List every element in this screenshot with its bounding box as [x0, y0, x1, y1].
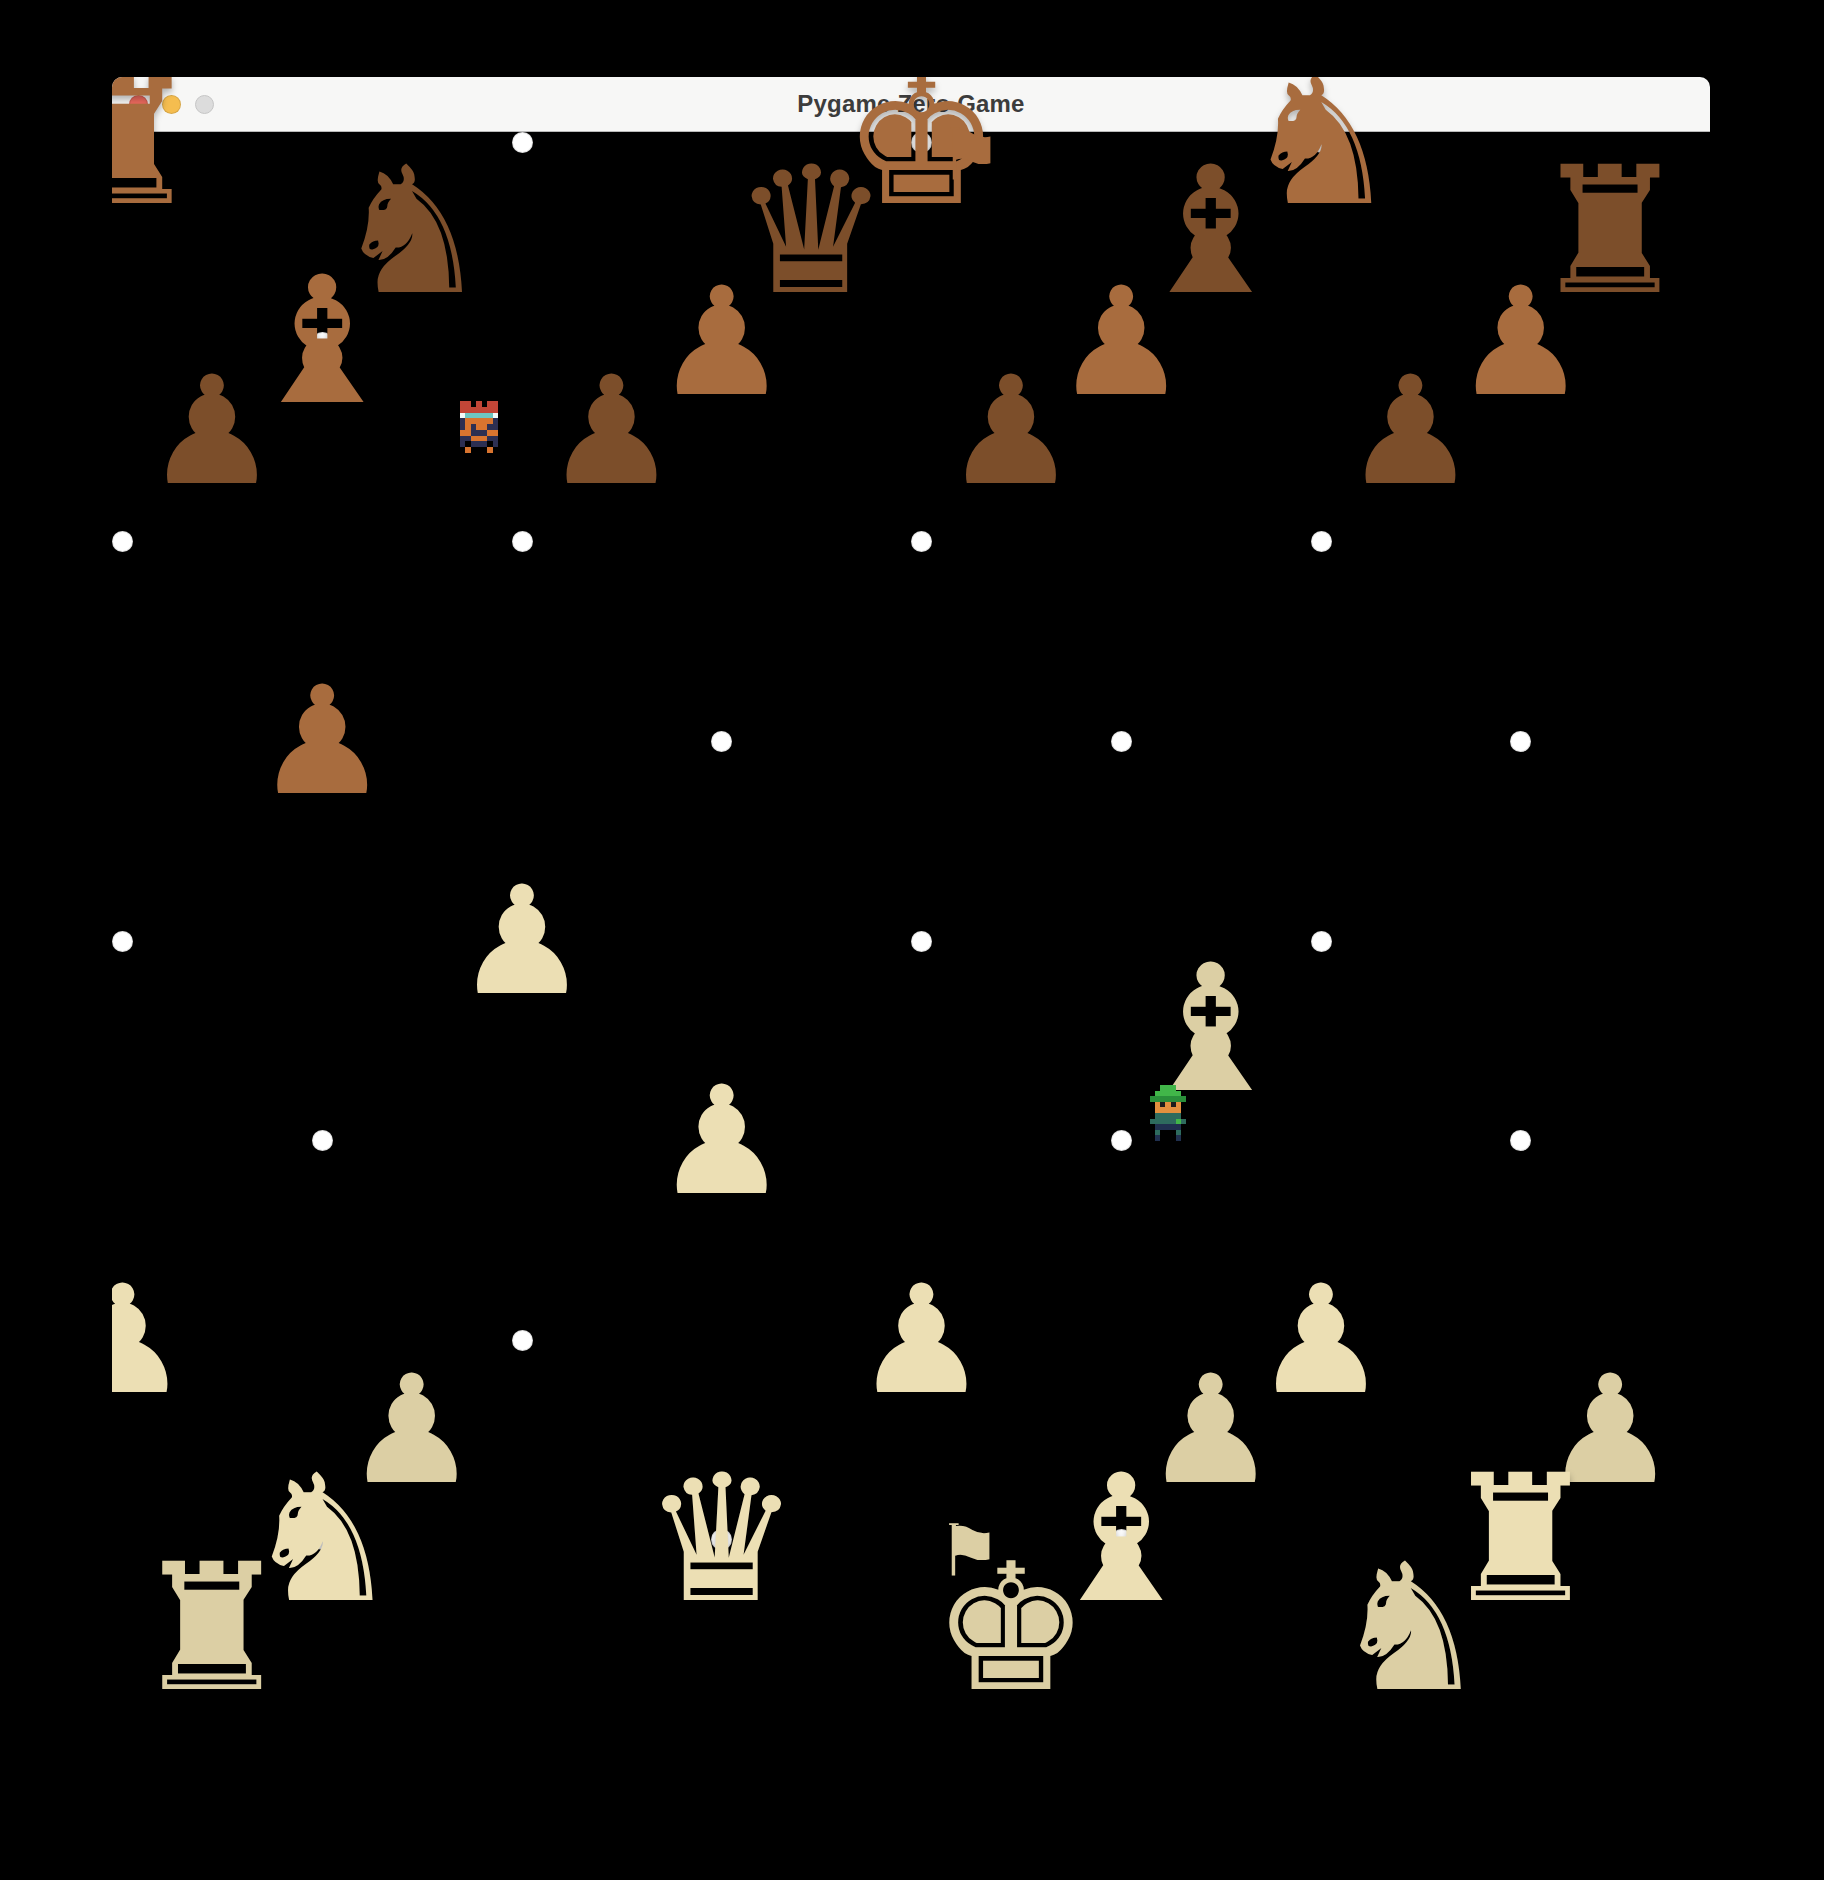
piece-white-pawn: ♟	[655, 1066, 789, 1216]
square-d3[interactable]: ♟	[711, 1130, 732, 1151]
piece-black-knight: ♞	[1242, 77, 1400, 231]
square-a6[interactable]	[112, 531, 133, 552]
square-d6[interactable]	[711, 531, 911, 731]
sprite-pixel	[493, 447, 498, 453]
square-h3[interactable]	[1510, 1130, 1531, 1151]
square-d5[interactable]	[711, 731, 732, 752]
green-gnome-sprite[interactable]	[1150, 1085, 1186, 1141]
square-a4[interactable]	[112, 931, 133, 952]
square-h7[interactable]: ♟	[1510, 332, 1531, 353]
square-h6[interactable]	[1510, 531, 1710, 731]
piece-white-pawn: ♟	[1254, 1265, 1388, 1415]
square-h4[interactable]	[1510, 931, 1710, 1131]
square-a2[interactable]: ♟	[112, 1330, 133, 1351]
app-window: Pygame Zero Game ♜♞♛♚⚑♝♞♜♟♝♟♟♟♟♟♟♟♟♝♟♟♟♟…	[112, 77, 1710, 1729]
square-f4[interactable]: ♝	[1111, 931, 1311, 1131]
square-d7[interactable]: ♟	[711, 332, 732, 353]
square-d1[interactable]: ♛	[711, 1529, 732, 1550]
piece-black-rook: ♜	[112, 77, 201, 231]
square-f3[interactable]	[1111, 1130, 1132, 1151]
piece-black-king: ♚	[843, 77, 1001, 231]
piece-black-pawn: ♟	[255, 666, 389, 816]
desktop-background: { "window": { "title": "Pygame Zero Game…	[0, 0, 1824, 1880]
chess-board: ♜♞♛♚⚑♝♞♜♟♝♟♟♟♟♟♟♟♟♝♟♟♟♟♟♟♟♜♞♛♚⚑♝♞♜	[112, 132, 1710, 1729]
square-b7[interactable]: ♝	[312, 332, 333, 353]
piece-black-pawn: ♟	[655, 267, 789, 417]
square-c2[interactable]	[512, 1330, 533, 1351]
square-f1[interactable]: ♝	[1111, 1529, 1132, 1550]
square-h1[interactable]: ♜	[1510, 1529, 1531, 1550]
tower-guard-sprite[interactable]	[460, 401, 498, 453]
square-e8[interactable]: ♚⚑	[911, 132, 932, 153]
piece-black-pawn: ♟	[1454, 267, 1588, 417]
square-c4[interactable]: ♟	[512, 931, 533, 952]
piece-white-pawn: ♟	[854, 1265, 988, 1415]
square-c6[interactable]	[512, 531, 533, 552]
piece-white-bishop: ♝	[1042, 1452, 1200, 1628]
square-e2[interactable]: ♟	[911, 1330, 932, 1351]
square-b5[interactable]: ♟	[312, 731, 333, 752]
square-g5[interactable]	[1311, 731, 1511, 931]
square-c8[interactable]	[512, 132, 533, 153]
square-a8[interactable]: ♜	[112, 132, 133, 153]
square-e6[interactable]	[911, 531, 932, 552]
square-h5[interactable]	[1510, 731, 1531, 752]
square-f7[interactable]: ♟	[1111, 332, 1132, 353]
piece-white-knight: ♞	[243, 1452, 401, 1628]
square-g8[interactable]: ♞	[1311, 132, 1332, 153]
square-b3[interactable]	[312, 1130, 333, 1151]
square-e4[interactable]	[911, 931, 932, 952]
square-g4[interactable]	[1311, 931, 1332, 952]
piece-white-rook: ♜	[1442, 1452, 1600, 1628]
piece-white-pawn: ♟	[455, 866, 589, 1016]
square-f5[interactable]	[1111, 731, 1132, 752]
piece-white-queen: ♛	[643, 1452, 801, 1628]
piece-black-pawn: ♟	[1054, 267, 1188, 417]
square-g6[interactable]	[1311, 531, 1332, 552]
sprite-pixel	[1181, 1135, 1186, 1141]
square-b1[interactable]: ♞	[312, 1529, 333, 1550]
piece-black-bishop: ♝	[243, 254, 401, 430]
square-g2[interactable]: ♟	[1311, 1330, 1332, 1351]
piece-white-pawn: ♟	[112, 1265, 190, 1415]
square-f6[interactable]	[1111, 531, 1311, 731]
square-e5[interactable]	[911, 731, 1111, 931]
